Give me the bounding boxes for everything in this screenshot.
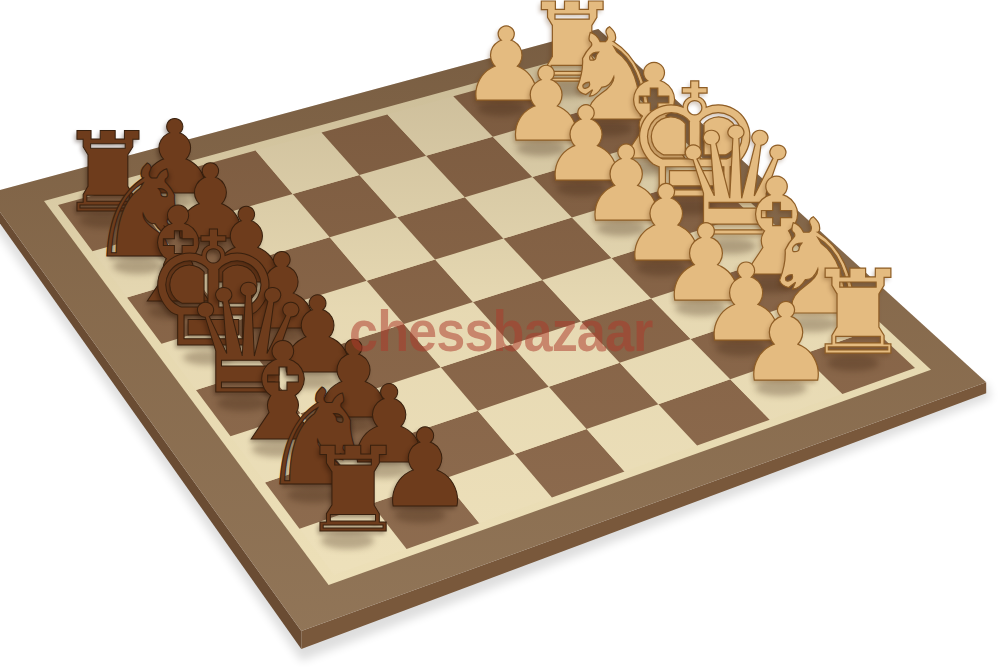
board-lighting-overlay [0, 29, 986, 631]
chess-board [0, 0, 1000, 667]
photo-stage: ♜♞♝♛♚♝♞♜♟♟♟♟♟♟♟♟♟♟♟♟♟♟♟♟♜♞♝♛♚♝♞♜ chessba… [0, 0, 1000, 667]
